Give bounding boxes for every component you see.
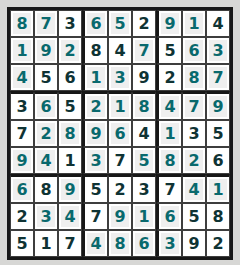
cell-r6c7[interactable]: 8 [156, 147, 182, 174]
cell-r9c4[interactable]: 4 [82, 230, 108, 257]
cell-r2c2[interactable]: 9 [34, 37, 58, 64]
cell-r6c3[interactable]: 1 [58, 147, 82, 174]
cell-r1c1[interactable]: 8 [10, 10, 34, 37]
cell-r5c2[interactable]: 2 [34, 120, 58, 147]
cell-r1c8[interactable]: 1 [182, 10, 206, 37]
cell-r1c3[interactable]: 3 [58, 10, 82, 37]
cell-r8c2[interactable]: 3 [34, 203, 58, 230]
cell-r4c7[interactable]: 4 [156, 91, 182, 120]
cell-r7c6[interactable]: 3 [132, 174, 156, 203]
cell-r3c7[interactable]: 2 [156, 64, 182, 91]
cell-r6c4[interactable]: 3 [82, 147, 108, 174]
cell-r9c5[interactable]: 8 [108, 230, 132, 257]
cell-r4c4[interactable]: 2 [82, 91, 108, 120]
cell-r7c9[interactable]: 1 [206, 174, 230, 203]
cell-r4c3[interactable]: 5 [58, 91, 82, 120]
cell-r6c1[interactable]: 9 [10, 147, 34, 174]
cell-r4c6[interactable]: 8 [132, 91, 156, 120]
cell-r6c6[interactable]: 5 [132, 147, 156, 174]
cell-r9c2[interactable]: 1 [34, 230, 58, 257]
cell-r4c9[interactable]: 9 [206, 91, 230, 120]
cell-r2c4[interactable]: 8 [82, 37, 108, 64]
cell-r1c7[interactable]: 9 [156, 10, 182, 37]
cell-r9c7[interactable]: 3 [156, 230, 182, 257]
cell-r7c3[interactable]: 9 [58, 174, 82, 203]
cell-r1c2[interactable]: 7 [34, 10, 58, 37]
cell-r8c8[interactable]: 5 [182, 203, 206, 230]
cell-r1c4[interactable]: 6 [82, 10, 108, 37]
cell-r2c9[interactable]: 3 [206, 37, 230, 64]
cell-r8c5[interactable]: 9 [108, 203, 132, 230]
cell-r2c7[interactable]: 5 [156, 37, 182, 64]
cell-r1c6[interactable]: 2 [132, 10, 156, 37]
cell-r9c1[interactable]: 5 [10, 230, 34, 257]
cell-r3c6[interactable]: 9 [132, 64, 156, 91]
cell-r4c8[interactable]: 7 [182, 91, 206, 120]
cell-r4c5[interactable]: 1 [108, 91, 132, 120]
cell-r2c8[interactable]: 6 [182, 37, 206, 64]
cell-r6c8[interactable]: 2 [182, 147, 206, 174]
cell-r5c7[interactable]: 1 [156, 120, 182, 147]
cell-r4c2[interactable]: 6 [34, 91, 58, 120]
sudoku-board: 8736529141928475634561392873652184797289… [7, 7, 233, 260]
cell-r6c5[interactable]: 7 [108, 147, 132, 174]
cell-r9c9[interactable]: 2 [206, 230, 230, 257]
cell-r7c1[interactable]: 6 [10, 174, 34, 203]
cell-r7c4[interactable]: 5 [82, 174, 108, 203]
cell-r8c6[interactable]: 1 [132, 203, 156, 230]
cell-r6c2[interactable]: 4 [34, 147, 58, 174]
cell-r6c9[interactable]: 6 [206, 147, 230, 174]
cell-r3c9[interactable]: 7 [206, 64, 230, 91]
cell-r1c5[interactable]: 5 [108, 10, 132, 37]
cell-r5c4[interactable]: 9 [82, 120, 108, 147]
cell-r3c4[interactable]: 1 [82, 64, 108, 91]
cell-r8c9[interactable]: 8 [206, 203, 230, 230]
cell-r3c3[interactable]: 6 [58, 64, 82, 91]
cell-r5c8[interactable]: 3 [182, 120, 206, 147]
cell-r9c8[interactable]: 9 [182, 230, 206, 257]
cell-r7c8[interactable]: 4 [182, 174, 206, 203]
cell-r8c1[interactable]: 2 [10, 203, 34, 230]
cell-r3c1[interactable]: 4 [10, 64, 34, 91]
cell-r9c6[interactable]: 6 [132, 230, 156, 257]
cell-r2c1[interactable]: 1 [10, 37, 34, 64]
cell-r7c2[interactable]: 8 [34, 174, 58, 203]
cell-r5c3[interactable]: 8 [58, 120, 82, 147]
cell-r3c2[interactable]: 5 [34, 64, 58, 91]
cell-r8c3[interactable]: 4 [58, 203, 82, 230]
cell-r7c5[interactable]: 2 [108, 174, 132, 203]
cell-r8c4[interactable]: 7 [82, 203, 108, 230]
cell-r4c1[interactable]: 3 [10, 91, 34, 120]
cell-r8c7[interactable]: 6 [156, 203, 182, 230]
cell-r5c1[interactable]: 7 [10, 120, 34, 147]
cell-r5c5[interactable]: 6 [108, 120, 132, 147]
cell-r3c5[interactable]: 3 [108, 64, 132, 91]
cell-r3c8[interactable]: 8 [182, 64, 206, 91]
cell-r1c9[interactable]: 4 [206, 10, 230, 37]
cell-r2c6[interactable]: 7 [132, 37, 156, 64]
cell-r9c3[interactable]: 7 [58, 230, 82, 257]
cell-r7c7[interactable]: 7 [156, 174, 182, 203]
cell-r5c6[interactable]: 4 [132, 120, 156, 147]
cell-r2c5[interactable]: 4 [108, 37, 132, 64]
cell-r2c3[interactable]: 2 [58, 37, 82, 64]
cell-r5c9[interactable]: 5 [206, 120, 230, 147]
